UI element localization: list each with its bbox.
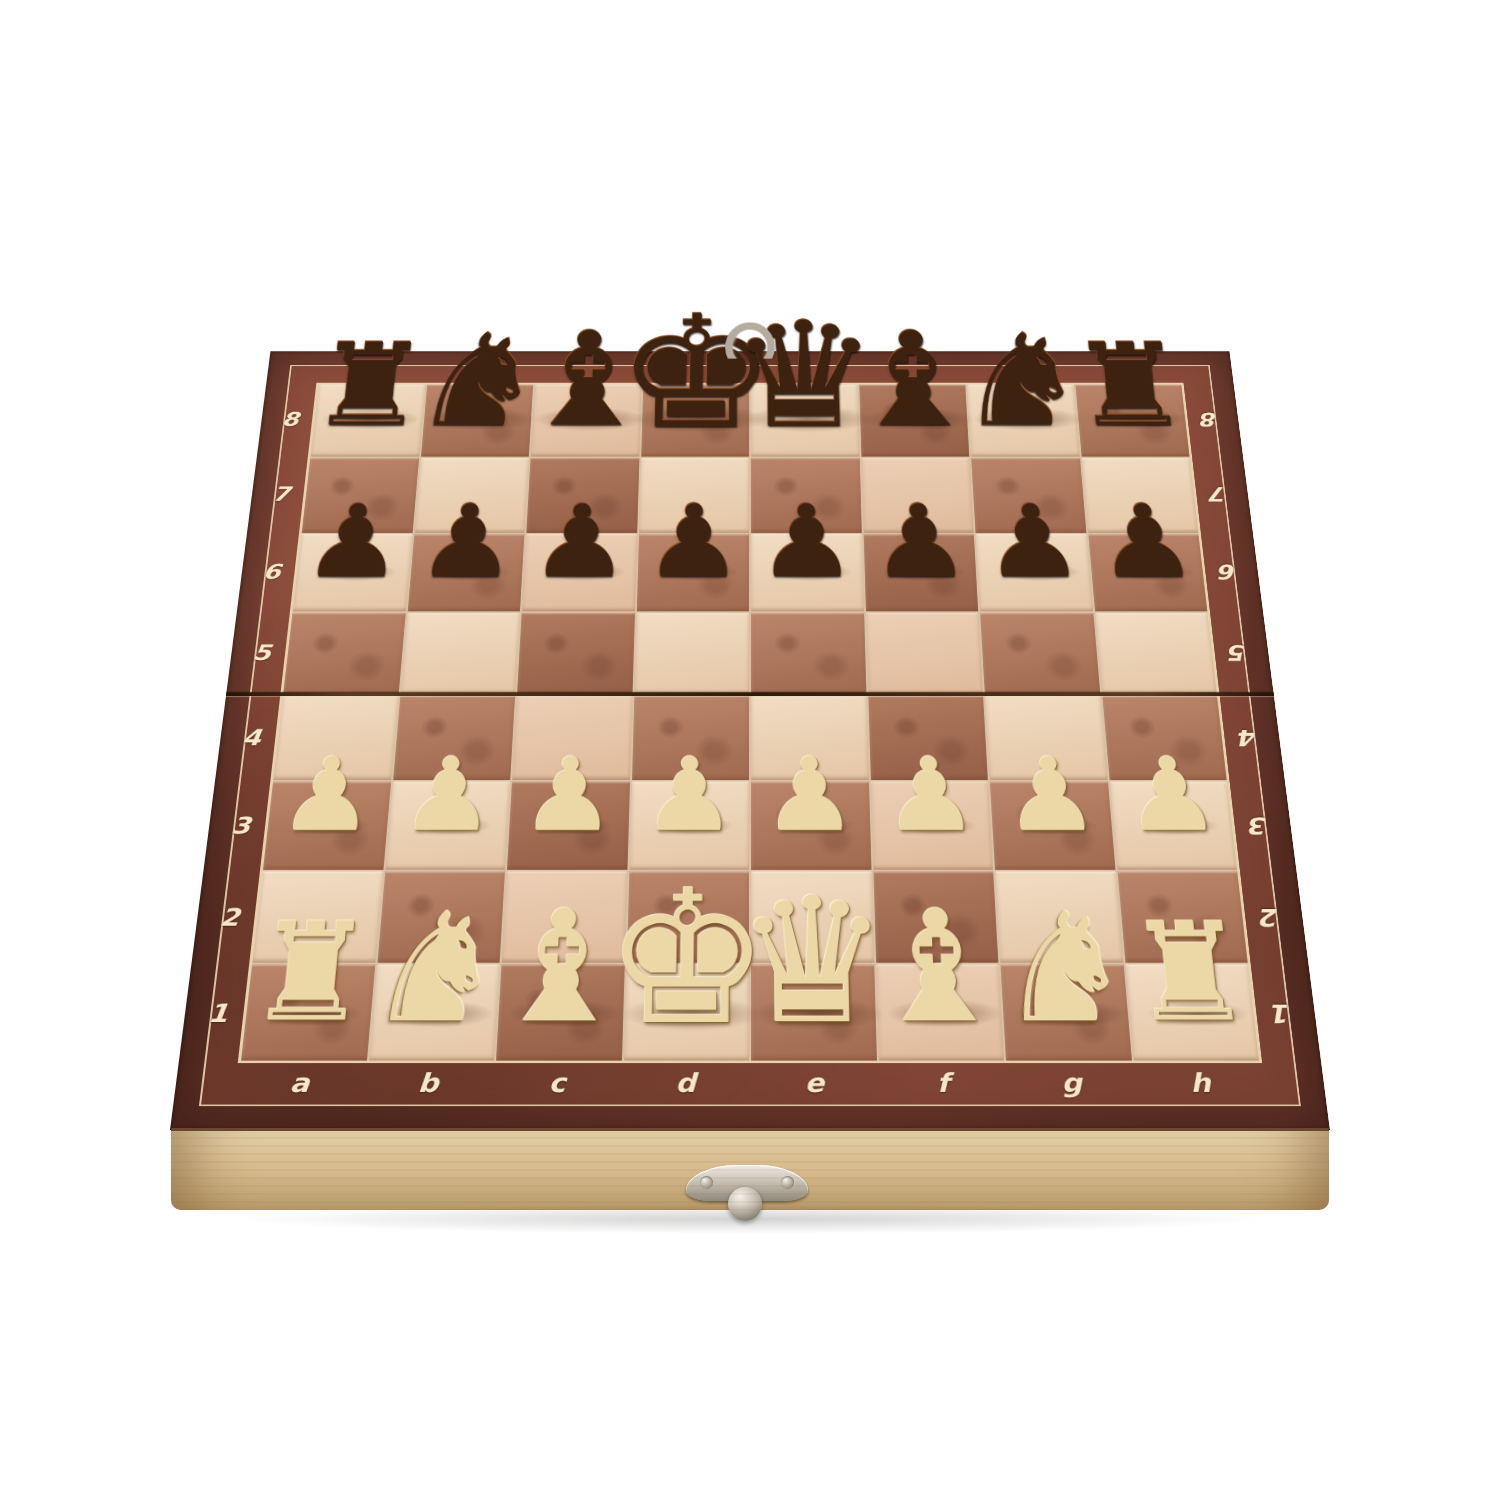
ground-shadow xyxy=(230,1204,1270,1234)
square-a5[interactable] xyxy=(283,613,405,694)
square-g5[interactable] xyxy=(980,613,1100,694)
file-label-f: f xyxy=(925,1068,962,1098)
square-f5[interactable] xyxy=(865,613,982,694)
square-c5[interactable] xyxy=(517,613,634,694)
clasp-plate-icon xyxy=(686,1165,808,1201)
file-label-h: h xyxy=(1181,1068,1220,1098)
file-label-b: b xyxy=(409,1068,447,1098)
rank-label-right-5: 5 xyxy=(1221,640,1256,665)
file-label-c: c xyxy=(539,1068,576,1098)
clasp-screw-icon xyxy=(781,1176,794,1189)
file-label-a: a xyxy=(280,1068,319,1098)
square-e5[interactable] xyxy=(751,613,866,694)
page: { "game": "chess", "scene": "product pho… xyxy=(0,0,1500,1500)
file-label-d: d xyxy=(668,1068,704,1098)
scene: 8877665544332211abcdefgh ♜♞♝♚♛♝♞♜♟♟♟♟♟♟♟… xyxy=(0,0,1500,1500)
rank-label-left-5: 5 xyxy=(244,640,279,665)
square-d5[interactable] xyxy=(634,613,749,694)
square-b5[interactable] xyxy=(400,613,520,694)
file-label-g: g xyxy=(1053,1068,1091,1098)
box-front-edge xyxy=(171,1128,1329,1210)
clasp-screw-icon xyxy=(700,1176,713,1189)
square-h5[interactable] xyxy=(1095,613,1217,694)
stage: 8877665544332211abcdefgh ♜♞♝♚♛♝♞♜♟♟♟♟♟♟♟… xyxy=(0,0,1500,1500)
board-plane: 8877665544332211abcdefgh ♜♞♝♚♛♝♞♜♟♟♟♟♟♟♟… xyxy=(170,351,1330,1130)
file-label-e: e xyxy=(796,1068,832,1098)
